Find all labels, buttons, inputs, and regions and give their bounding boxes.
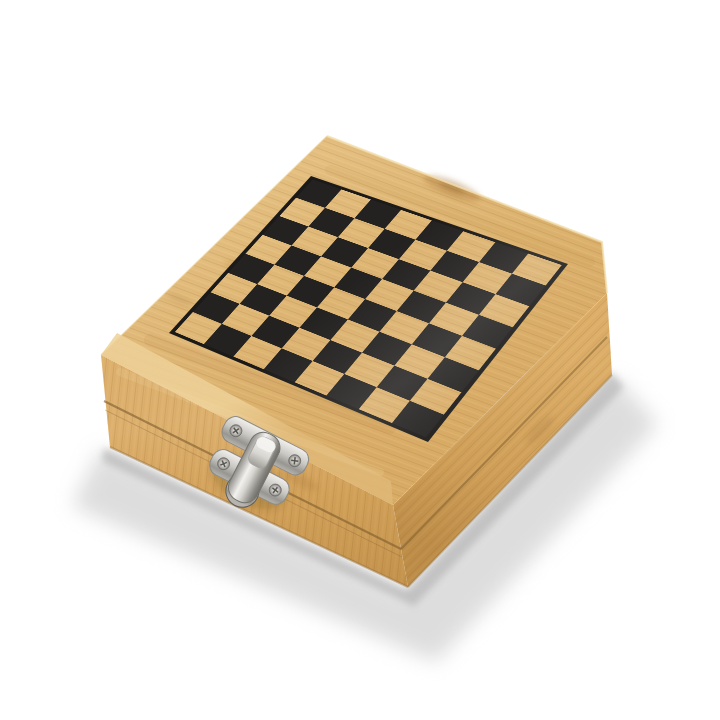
product-photo-scene [0,0,720,720]
